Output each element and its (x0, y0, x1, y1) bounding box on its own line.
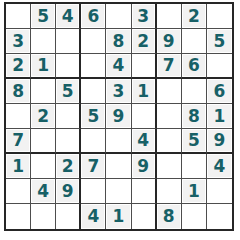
cell-r7c9[interactable]: 4 (207, 154, 232, 179)
cell-r6c5[interactable] (106, 129, 131, 154)
cell-r8c3[interactable]: 9 (56, 179, 81, 204)
cell-digit: 8 (107, 30, 129, 52)
cell-empty (158, 105, 180, 127)
cell-digit: 3 (107, 80, 129, 102)
cell-digit: 1 (208, 105, 231, 127)
cell-r5c2[interactable]: 2 (31, 104, 56, 129)
cell-digit: 6 (208, 80, 231, 102)
cell-empty (183, 205, 205, 228)
cell-r5c5[interactable]: 9 (106, 104, 131, 129)
cell-r3c8[interactable]: 6 (182, 54, 207, 79)
cell-r5c1[interactable] (6, 104, 31, 129)
cell-digit: 5 (32, 5, 54, 27)
cell-digit: 9 (208, 130, 231, 151)
cell-digit: 9 (158, 30, 180, 52)
cell-r9c8[interactable] (182, 204, 207, 229)
cell-r8c9[interactable] (207, 179, 232, 204)
cell-r3c2[interactable]: 1 (31, 54, 56, 79)
cell-r9c6[interactable] (132, 204, 157, 229)
cell-r9c1[interactable] (6, 204, 31, 229)
cell-digit: 4 (107, 55, 129, 76)
cell-digit: 7 (158, 55, 180, 76)
cell-r8c7[interactable] (157, 179, 182, 204)
cell-r7c7[interactable] (157, 154, 182, 179)
cell-empty (133, 105, 154, 127)
cell-r7c6[interactable]: 9 (132, 154, 157, 179)
cell-r2c1[interactable]: 3 (6, 29, 31, 54)
cell-empty (82, 180, 104, 202)
cell-r8c8[interactable]: 1 (182, 179, 207, 204)
cell-r5c9[interactable]: 1 (207, 104, 232, 129)
cell-r9c4[interactable]: 4 (81, 204, 106, 229)
cell-empty (107, 130, 129, 151)
cell-empty (158, 80, 180, 102)
cell-r3c5[interactable]: 4 (106, 54, 131, 79)
cell-digit: 5 (82, 105, 104, 127)
cell-digit: 5 (183, 130, 205, 151)
cell-digit: 4 (208, 155, 231, 177)
cell-digit: 4 (82, 205, 104, 228)
cell-r7c3[interactable]: 2 (56, 154, 81, 179)
cell-digit: 5 (57, 80, 78, 102)
cell-digit: 4 (57, 5, 78, 27)
cell-empty (208, 180, 231, 202)
cell-digit: 8 (158, 205, 180, 228)
cell-r1c9[interactable] (207, 4, 232, 29)
cell-empty (133, 55, 154, 76)
cell-empty (57, 55, 78, 76)
cell-r3c6[interactable] (132, 54, 157, 79)
cell-empty (57, 105, 78, 127)
cell-r4c2[interactable] (31, 79, 56, 104)
cell-r5c7[interactable] (157, 104, 182, 129)
cell-empty (107, 155, 129, 177)
cell-r6c2[interactable] (31, 129, 56, 154)
cell-digit: 7 (7, 130, 29, 151)
cell-digit: 1 (32, 55, 54, 76)
cell-r8c6[interactable] (132, 179, 157, 204)
cell-r6c6[interactable]: 4 (132, 129, 157, 154)
cell-digit: 2 (183, 5, 205, 27)
cell-r2c2[interactable] (31, 29, 56, 54)
cell-empty (208, 205, 231, 228)
cell-r9c2[interactable] (31, 204, 56, 229)
cell-r5c4[interactable]: 5 (81, 104, 106, 129)
cell-digit: 6 (183, 55, 205, 76)
cell-r1c5[interactable] (106, 4, 131, 29)
cell-empty (158, 180, 180, 202)
cell-digit: 4 (133, 130, 154, 151)
cell-r7c2[interactable] (31, 154, 56, 179)
cell-empty (32, 155, 54, 177)
cell-r9c7[interactable]: 8 (157, 204, 182, 229)
cell-empty (158, 130, 180, 151)
cell-digit: 3 (7, 30, 29, 52)
cell-digit: 2 (133, 30, 154, 52)
cell-digit: 9 (107, 105, 129, 127)
cell-digit: 9 (133, 155, 154, 177)
cell-digit: 8 (183, 105, 205, 127)
cell-empty (133, 180, 154, 202)
cell-empty (7, 105, 29, 127)
cell-r1c3[interactable]: 4 (56, 4, 81, 29)
cell-r8c2[interactable]: 4 (31, 179, 56, 204)
cell-r3c9[interactable] (207, 54, 232, 79)
cell-digit: 5 (208, 30, 231, 52)
cell-digit: 3 (133, 5, 154, 27)
cell-empty (183, 80, 205, 102)
cell-r3c3[interactable] (56, 54, 81, 79)
cell-digit: 2 (32, 105, 54, 127)
cell-empty (57, 30, 78, 52)
cell-digit: 4 (32, 180, 54, 202)
cell-empty (133, 205, 154, 228)
cell-r9c3[interactable] (56, 204, 81, 229)
cell-r2c8[interactable] (182, 29, 207, 54)
cell-digit: 1 (7, 155, 29, 177)
cell-empty (7, 180, 29, 202)
cell-r8c5[interactable] (106, 179, 131, 204)
cell-empty (32, 130, 54, 151)
cell-r4c9[interactable]: 6 (207, 79, 232, 104)
cell-r7c4[interactable]: 7 (81, 154, 106, 179)
cell-r1c2[interactable]: 5 (31, 4, 56, 29)
cell-empty (82, 80, 104, 102)
cell-r3c7[interactable]: 7 (157, 54, 182, 79)
cell-r7c5[interactable] (106, 154, 131, 179)
cell-r5c8[interactable]: 8 (182, 104, 207, 129)
cell-r6c3[interactable] (56, 129, 81, 154)
cell-r3c1[interactable]: 2 (6, 54, 31, 79)
cell-digit: 6 (82, 5, 104, 27)
cell-r1c6[interactable]: 3 (132, 4, 157, 29)
cell-digit: 1 (107, 205, 129, 228)
cell-r7c8[interactable] (182, 154, 207, 179)
cell-empty (82, 130, 104, 151)
cell-r4c8[interactable] (182, 79, 207, 104)
cell-r4c3[interactable]: 5 (56, 79, 81, 104)
cell-digit: 1 (183, 180, 205, 202)
cell-digit: 2 (7, 55, 29, 76)
cell-r5c3[interactable] (56, 104, 81, 129)
cell-digit: 9 (57, 180, 78, 202)
cell-r2c4[interactable] (81, 29, 106, 54)
cell-r3c4[interactable] (81, 54, 106, 79)
cell-r4c6[interactable]: 1 (132, 79, 157, 104)
cell-digit: 7 (82, 155, 104, 177)
cell-empty (57, 130, 78, 151)
cell-r2c7[interactable]: 9 (157, 29, 182, 54)
cell-empty (57, 205, 78, 228)
cell-empty (82, 55, 104, 76)
cell-r2c5[interactable]: 8 (106, 29, 131, 54)
cell-digit: 8 (7, 80, 29, 102)
cell-empty (208, 5, 231, 27)
cell-r6c1[interactable]: 7 (6, 129, 31, 154)
cell-r4c1[interactable]: 8 (6, 79, 31, 104)
cell-empty (183, 30, 205, 52)
cell-r6c8[interactable]: 5 (182, 129, 207, 154)
cell-empty (107, 180, 129, 202)
cell-r1c4[interactable]: 6 (81, 4, 106, 29)
cell-empty (82, 30, 104, 52)
cell-digit: 2 (57, 155, 78, 177)
cell-empty (32, 205, 54, 228)
cell-r2c6[interactable]: 2 (132, 29, 157, 54)
cell-empty (7, 5, 29, 27)
cell-r6c4[interactable] (81, 129, 106, 154)
sudoku-app: 5463238295214768531625981745912794491418 (0, 0, 240, 240)
cell-r4c4[interactable] (81, 79, 106, 104)
cell-digit: 1 (133, 80, 154, 102)
cell-empty (107, 5, 129, 27)
cell-r4c7[interactable] (157, 79, 182, 104)
cell-r5c6[interactable] (132, 104, 157, 129)
cell-empty (32, 30, 54, 52)
cell-r9c5[interactable]: 1 (106, 204, 131, 229)
cell-r2c9[interactable]: 5 (207, 29, 232, 54)
cell-r8c1[interactable] (6, 179, 31, 204)
cell-empty (158, 5, 180, 27)
cell-r4c5[interactable]: 3 (106, 79, 131, 104)
cell-empty (183, 155, 205, 177)
cell-r7c1[interactable]: 1 (6, 154, 31, 179)
cell-r1c1[interactable] (6, 4, 31, 29)
cell-r6c7[interactable] (157, 129, 182, 154)
cell-r2c3[interactable] (56, 29, 81, 54)
cell-r8c4[interactable] (81, 179, 106, 204)
cell-r6c9[interactable]: 9 (207, 129, 232, 154)
cell-empty (158, 155, 180, 177)
cell-empty (32, 80, 54, 102)
cell-r1c8[interactable]: 2 (182, 4, 207, 29)
sudoku-board: 5463238295214768531625981745912794491418 (4, 2, 234, 231)
cell-r9c9[interactable] (207, 204, 232, 229)
cell-empty (7, 205, 29, 228)
cell-empty (208, 55, 231, 76)
cell-r1c7[interactable] (157, 4, 182, 29)
